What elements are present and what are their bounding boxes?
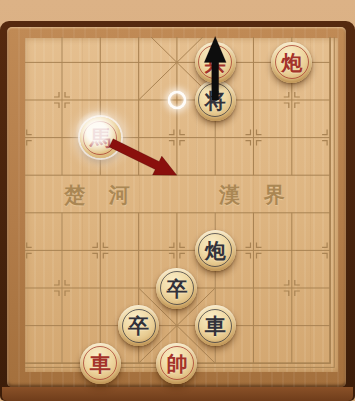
piece-red-general[interactable]: 帥 (156, 343, 197, 384)
river-label-left: 楚 河 (64, 181, 137, 209)
piece-glyph: 車 (205, 315, 226, 336)
piece-black-rook[interactable]: 車 (195, 305, 236, 346)
piece-red-soldier[interactable]: 兵 (195, 42, 236, 83)
piece-glyph: 卒 (166, 278, 187, 299)
piece-red-cannon[interactable]: 炮 (271, 42, 312, 83)
piece-glyph: 兵 (205, 52, 226, 73)
piece-glyph: 馬 (90, 127, 111, 148)
piece-glyph: 炮 (205, 240, 226, 261)
piece-red-rook[interactable]: 車 (80, 343, 121, 384)
piece-red-horse[interactable]: 馬 (80, 117, 121, 158)
piece-black-cannon[interactable]: 炮 (195, 230, 236, 271)
piece-black-general[interactable]: 将 (195, 80, 236, 121)
move-hint-ring[interactable] (167, 91, 186, 110)
piece-glyph: 炮 (281, 52, 302, 73)
piece-glyph: 卒 (128, 315, 149, 336)
piece-glyph: 将 (205, 90, 226, 111)
piece-glyph: 帥 (166, 353, 187, 374)
piece-black-soldier[interactable]: 卒 (118, 305, 159, 346)
board-box-front (2, 387, 353, 401)
piece-glyph: 車 (90, 353, 111, 374)
river-label-right: 漢 界 (219, 181, 292, 209)
piece-black-soldier[interactable]: 卒 (156, 268, 197, 309)
xiangqi-app: 楚 河 漢 界 車帥卒車卒炮馬将兵炮 (0, 0, 355, 401)
